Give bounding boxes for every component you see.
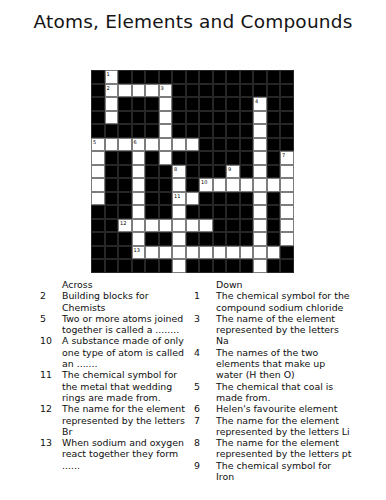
- black-cell: [145, 192, 159, 206]
- clue-item: 12The name for the element represented b…: [40, 403, 192, 437]
- grid-cell[interactable]: [132, 165, 146, 179]
- black-cell: [186, 178, 200, 192]
- grid-cell[interactable]: [118, 84, 132, 98]
- clue-item: 10A substance made of only one type of a…: [40, 335, 192, 369]
- black-cell: [267, 165, 281, 179]
- black-cell: [199, 70, 213, 84]
- black-cell: [240, 205, 254, 219]
- black-cell: [213, 165, 227, 179]
- black-cell: [213, 97, 227, 111]
- black-cell: [159, 192, 173, 206]
- clue-item: 7The name for the element represented by…: [194, 415, 352, 438]
- black-cell: [172, 124, 186, 138]
- black-cell: [213, 192, 227, 206]
- black-cell: [105, 165, 119, 179]
- black-cell: [280, 97, 294, 111]
- black-cell: [213, 232, 227, 246]
- black-cell: [105, 259, 119, 273]
- grid-cell[interactable]: [91, 178, 105, 192]
- black-cell: [132, 124, 146, 138]
- black-cell: [118, 70, 132, 84]
- grid-cell[interactable]: 8: [172, 165, 186, 179]
- black-cell: [240, 165, 254, 179]
- page-title: Atoms, Elements and Compounds: [0, 11, 386, 32]
- black-cell: [105, 232, 119, 246]
- black-cell: [91, 232, 105, 246]
- clue-number: 6: [134, 139, 137, 145]
- black-cell: [91, 124, 105, 138]
- grid-cell[interactable]: [91, 151, 105, 165]
- clue-item: 4The names of the two elements that make…: [194, 347, 352, 381]
- clue-item-number: 10: [40, 335, 62, 346]
- clue-item: 11The chemical symbol for the metal that…: [40, 369, 192, 403]
- clue-item-text: The name for the element represented by …: [216, 437, 352, 460]
- black-cell: [240, 232, 254, 246]
- black-cell: [226, 151, 240, 165]
- clue-item-text: When sodium and oxygen react together th…: [62, 437, 192, 471]
- black-cell: [199, 97, 213, 111]
- clue-item-number: 3: [194, 313, 216, 324]
- grid-cell[interactable]: [186, 138, 200, 152]
- black-cell: [91, 84, 105, 98]
- black-cell: [267, 259, 281, 273]
- grid-cell[interactable]: [159, 138, 173, 152]
- grid-cell[interactable]: [226, 246, 240, 260]
- grid-cell[interactable]: 6: [132, 138, 146, 152]
- black-cell: [199, 205, 213, 219]
- black-cell: [267, 232, 281, 246]
- black-cell: [91, 111, 105, 125]
- clue-item-text: The chemical symbol for Iron: [216, 460, 352, 483]
- black-cell: [91, 259, 105, 273]
- black-cell: [280, 111, 294, 125]
- grid-cell[interactable]: [253, 219, 267, 233]
- black-cell: [213, 259, 227, 273]
- black-cell: [267, 138, 281, 152]
- grid-cell[interactable]: [172, 232, 186, 246]
- grid-cell[interactable]: [145, 84, 159, 98]
- grid-cell[interactable]: [159, 151, 173, 165]
- grid-cell[interactable]: [132, 84, 146, 98]
- black-cell: [105, 219, 119, 233]
- clue-item-number: 5: [40, 313, 62, 324]
- down-clues-list: 1The chemical symbol for the compound so…: [194, 290, 352, 482]
- black-cell: [118, 124, 132, 138]
- grid-cell[interactable]: [280, 205, 294, 219]
- grid-cell[interactable]: [186, 219, 200, 233]
- clue-item-number: 5: [194, 381, 216, 392]
- across-header: Across: [62, 279, 192, 290]
- black-cell: [159, 205, 173, 219]
- black-cell: [199, 165, 213, 179]
- black-cell: [240, 138, 254, 152]
- black-cell: [240, 219, 254, 233]
- black-cell: [240, 70, 254, 84]
- black-cell: [159, 259, 173, 273]
- black-cell: [186, 259, 200, 273]
- black-cell: [186, 97, 200, 111]
- black-cell: [186, 84, 200, 98]
- black-cell: [199, 138, 213, 152]
- clue-number: 1: [107, 71, 110, 77]
- black-cell: [91, 205, 105, 219]
- black-cell: [226, 219, 240, 233]
- grid-cell[interactable]: [280, 165, 294, 179]
- black-cell: [145, 124, 159, 138]
- black-cell: [118, 165, 132, 179]
- black-cell: [105, 246, 119, 260]
- clue-item-text: The name of the element represented by t…: [216, 313, 352, 347]
- grid-cell[interactable]: [253, 111, 267, 125]
- black-cell: [105, 124, 119, 138]
- black-cell: [213, 205, 227, 219]
- clue-item-number: 11: [40, 369, 62, 380]
- clue-item: 3The name of the element represented by …: [194, 313, 352, 347]
- black-cell: [280, 84, 294, 98]
- black-cell: [118, 192, 132, 206]
- black-cell: [240, 111, 254, 125]
- black-cell: [105, 192, 119, 206]
- clue-number: 7: [282, 152, 285, 158]
- grid-cell[interactable]: [253, 138, 267, 152]
- black-cell: [105, 151, 119, 165]
- clue-item-number: 4: [194, 347, 216, 358]
- black-cell: [132, 111, 146, 125]
- grid-cell[interactable]: [253, 259, 267, 273]
- grid-cell[interactable]: [240, 246, 254, 260]
- grid-cell[interactable]: [186, 192, 200, 206]
- black-cell: [145, 165, 159, 179]
- black-cell: [186, 70, 200, 84]
- clue-item-number: 6: [194, 403, 216, 414]
- clue-item-number: 7: [194, 415, 216, 426]
- black-cell: [226, 70, 240, 84]
- black-cell: [186, 165, 200, 179]
- black-cell: [240, 192, 254, 206]
- black-cell: [267, 84, 281, 98]
- grid-cell[interactable]: [132, 151, 146, 165]
- black-cell: [186, 205, 200, 219]
- black-cell: [91, 219, 105, 233]
- black-cell: [159, 232, 173, 246]
- clue-item-text: The names of the two elements that make …: [216, 347, 352, 381]
- grid-cell[interactable]: [172, 205, 186, 219]
- black-cell: [226, 232, 240, 246]
- black-cell: [267, 219, 281, 233]
- grid-cell[interactable]: [280, 192, 294, 206]
- down-header: Down: [216, 279, 352, 290]
- grid-cell[interactable]: [105, 111, 119, 125]
- black-cell: [186, 232, 200, 246]
- black-cell: [213, 124, 227, 138]
- grid-cell[interactable]: [159, 124, 173, 138]
- clue-item: 8The name for the element represented by…: [194, 437, 352, 460]
- black-cell: [118, 246, 132, 260]
- black-cell: [145, 111, 159, 125]
- black-cell: [145, 205, 159, 219]
- clue-item-text: The chemical symbol for the compound sod…: [216, 290, 352, 313]
- grid-cell[interactable]: [132, 178, 146, 192]
- black-cell: [118, 97, 132, 111]
- black-cell: [145, 232, 159, 246]
- black-cell: [253, 70, 267, 84]
- black-cell: [172, 111, 186, 125]
- black-cell: [240, 124, 254, 138]
- grid-cell[interactable]: [240, 178, 254, 192]
- clue-item: 5The chemical that coal is made from.: [194, 381, 352, 404]
- black-cell: [267, 70, 281, 84]
- clue-item-text: Building blocks for Chemists: [62, 290, 192, 313]
- black-cell: [145, 151, 159, 165]
- black-cell: [226, 192, 240, 206]
- grid-cell[interactable]: [132, 232, 146, 246]
- black-cell: [213, 84, 227, 98]
- black-cell: [226, 138, 240, 152]
- grid-cell[interactable]: 3: [159, 84, 173, 98]
- clue-item-number: 13: [40, 437, 62, 448]
- clue-item-number: 1: [194, 290, 216, 301]
- grid-cell[interactable]: [91, 192, 105, 206]
- grid-cell[interactable]: [226, 178, 240, 192]
- grid-cell[interactable]: [118, 138, 132, 152]
- black-cell: [253, 84, 267, 98]
- black-cell: [118, 178, 132, 192]
- black-cell: [172, 70, 186, 84]
- grid-cell[interactable]: 7: [280, 151, 294, 165]
- grid-cell[interactable]: [132, 219, 146, 233]
- grid-cell[interactable]: [159, 219, 173, 233]
- grid-cell[interactable]: 13: [132, 246, 146, 260]
- black-cell: [280, 124, 294, 138]
- grid-cell[interactable]: [145, 138, 159, 152]
- black-cell: [213, 219, 227, 233]
- grid-cell[interactable]: [91, 165, 105, 179]
- grid-cell[interactable]: [172, 246, 186, 260]
- black-cell: [118, 151, 132, 165]
- grid-cell[interactable]: [253, 192, 267, 206]
- black-cell: [145, 70, 159, 84]
- grid-cell[interactable]: [253, 124, 267, 138]
- grid-cell[interactable]: 2: [105, 84, 119, 98]
- grid-cell[interactable]: [172, 178, 186, 192]
- black-cell: [91, 70, 105, 84]
- grid-cell[interactable]: [253, 246, 267, 260]
- black-cell: [226, 259, 240, 273]
- black-cell: [145, 97, 159, 111]
- grid-cell[interactable]: 4: [253, 97, 267, 111]
- black-cell: [199, 259, 213, 273]
- black-cell: [186, 151, 200, 165]
- black-cell: [159, 178, 173, 192]
- clue-item-number: 2: [40, 290, 62, 301]
- black-cell: [213, 111, 227, 125]
- clue-item-text: The name for the element represented by …: [62, 403, 192, 437]
- black-cell: [240, 151, 254, 165]
- across-clues-section: Across 2Building blocks for Chemists5Two…: [40, 279, 192, 471]
- black-cell: [105, 178, 119, 192]
- clue-number: 9: [228, 166, 231, 172]
- grid-cell[interactable]: 11: [172, 192, 186, 206]
- black-cell: [159, 70, 173, 84]
- black-cell: [226, 124, 240, 138]
- clue-item: 1The chemical symbol for the compound so…: [194, 290, 352, 313]
- clue-item-text: The chemical that coal is made from.: [216, 381, 352, 404]
- grid-cell[interactable]: 12: [118, 219, 132, 233]
- clue-number: 5: [93, 139, 96, 145]
- black-cell: [240, 84, 254, 98]
- black-cell: [280, 138, 294, 152]
- grid-cell[interactable]: [280, 232, 294, 246]
- clue-number: 4: [255, 98, 258, 104]
- grid-cell[interactable]: [159, 111, 173, 125]
- clue-item-text: Helen's favourite element: [216, 403, 352, 414]
- clue-number: 12: [120, 220, 126, 226]
- grid-cell[interactable]: [145, 219, 159, 233]
- black-cell: [118, 232, 132, 246]
- clue-item: 5Two or more atoms joined together is ca…: [40, 313, 192, 336]
- grid-cell[interactable]: [267, 178, 281, 192]
- grid-cell[interactable]: [105, 138, 119, 152]
- clue-number: 2: [107, 85, 110, 91]
- black-cell: [105, 205, 119, 219]
- down-clues-section: Down 1The chemical symbol for the compou…: [194, 279, 352, 482]
- black-cell: [186, 111, 200, 125]
- grid-cell[interactable]: [280, 219, 294, 233]
- black-cell: [226, 111, 240, 125]
- grid-cell[interactable]: [280, 178, 294, 192]
- black-cell: [267, 205, 281, 219]
- grid-cell[interactable]: [132, 205, 146, 219]
- black-cell: [199, 124, 213, 138]
- grid-cell[interactable]: [132, 192, 146, 206]
- black-cell: [199, 84, 213, 98]
- clue-item-number: 8: [194, 437, 216, 448]
- grid-cell[interactable]: [145, 246, 159, 260]
- black-cell: [199, 151, 213, 165]
- black-cell: [280, 259, 294, 273]
- grid-cell[interactable]: [159, 246, 173, 260]
- crossword-grid: 12345678910111213: [91, 70, 294, 273]
- grid-cell[interactable]: 5: [91, 138, 105, 152]
- black-cell: [145, 259, 159, 273]
- black-cell: [280, 70, 294, 84]
- black-cell: [240, 97, 254, 111]
- black-cell: [186, 124, 200, 138]
- black-cell: [172, 97, 186, 111]
- black-cell: [267, 124, 281, 138]
- grid-cell[interactable]: [253, 165, 267, 179]
- black-cell: [118, 259, 132, 273]
- grid-cell[interactable]: [199, 246, 213, 260]
- clue-item: 2Building blocks for Chemists: [40, 290, 192, 313]
- grid-cell[interactable]: [105, 97, 119, 111]
- black-cell: [240, 259, 254, 273]
- black-cell: [132, 97, 146, 111]
- black-cell: [132, 70, 146, 84]
- grid-cell[interactable]: [172, 138, 186, 152]
- grid-cell[interactable]: 9: [226, 165, 240, 179]
- black-cell: [213, 138, 227, 152]
- grid-cell[interactable]: [186, 246, 200, 260]
- grid-cell[interactable]: [199, 219, 213, 233]
- black-cell: [213, 151, 227, 165]
- black-cell: [267, 97, 281, 111]
- clue-number: 10: [201, 179, 207, 185]
- clue-item-number: 9: [194, 460, 216, 471]
- black-cell: [267, 111, 281, 125]
- grid-cell[interactable]: [159, 97, 173, 111]
- black-cell: [226, 97, 240, 111]
- grid-cell[interactable]: [213, 178, 227, 192]
- clue-number: 13: [134, 247, 140, 253]
- black-cell: [172, 84, 186, 98]
- black-cell: [132, 259, 146, 273]
- grid-cell[interactable]: [267, 246, 281, 260]
- grid-cell[interactable]: [213, 246, 227, 260]
- black-cell: [226, 205, 240, 219]
- black-cell: [159, 165, 173, 179]
- clue-number: 8: [174, 166, 177, 172]
- black-cell: [226, 84, 240, 98]
- clue-item-text: The chemical symbol for the metal that w…: [62, 369, 192, 403]
- grid-cell[interactable]: [253, 205, 267, 219]
- grid-cell[interactable]: [172, 219, 186, 233]
- clue-item: 13When sodium and oxygen react together …: [40, 437, 192, 471]
- black-cell: [267, 192, 281, 206]
- grid-cell[interactable]: [253, 151, 267, 165]
- clue-number: 11: [174, 193, 180, 199]
- clue-item-text: Two or more atoms joined together is cal…: [62, 313, 192, 336]
- black-cell: [280, 246, 294, 260]
- clue-item-text: The name for the element represented by …: [216, 415, 352, 438]
- black-cell: [91, 97, 105, 111]
- black-cell: [118, 205, 132, 219]
- clue-number: 3: [161, 85, 164, 91]
- clue-item: 6Helen's favourite element: [194, 403, 352, 414]
- black-cell: [118, 111, 132, 125]
- clue-item: 9The chemical symbol for Iron: [194, 460, 352, 483]
- black-cell: [199, 192, 213, 206]
- black-cell: [199, 232, 213, 246]
- black-cell: [91, 246, 105, 260]
- grid-cell[interactable]: [172, 259, 186, 273]
- clue-item-text: A substance made of only one type of ato…: [62, 335, 192, 369]
- grid-cell[interactable]: [253, 178, 267, 192]
- black-cell: [213, 70, 227, 84]
- grid-cell[interactable]: [253, 232, 267, 246]
- clue-item-number: 12: [40, 403, 62, 414]
- black-cell: [199, 111, 213, 125]
- across-clues-list: 2Building blocks for Chemists5Two or mor…: [40, 290, 192, 471]
- black-cell: [267, 151, 281, 165]
- grid-cell[interactable]: 1: [105, 70, 119, 84]
- black-cell: [145, 178, 159, 192]
- grid-cell[interactable]: 10: [199, 178, 213, 192]
- black-cell: [172, 151, 186, 165]
